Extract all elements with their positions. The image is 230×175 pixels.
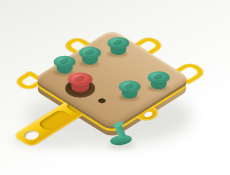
green-peg bbox=[118, 81, 142, 101]
peg-cap bbox=[119, 81, 141, 93]
peg-cap bbox=[79, 47, 101, 59]
tray-handle-hole bbox=[21, 128, 42, 141]
green-peg bbox=[78, 47, 102, 67]
peg-cap bbox=[148, 71, 170, 83]
red-peg bbox=[68, 74, 92, 94]
green-peg bbox=[106, 37, 130, 57]
loose-peg-green bbox=[104, 122, 138, 150]
peg-cap bbox=[107, 37, 129, 49]
green-peg bbox=[147, 71, 171, 91]
product-photo-scene bbox=[0, 0, 230, 175]
peg-cap bbox=[68, 72, 93, 85]
peg-cap bbox=[54, 56, 76, 68]
